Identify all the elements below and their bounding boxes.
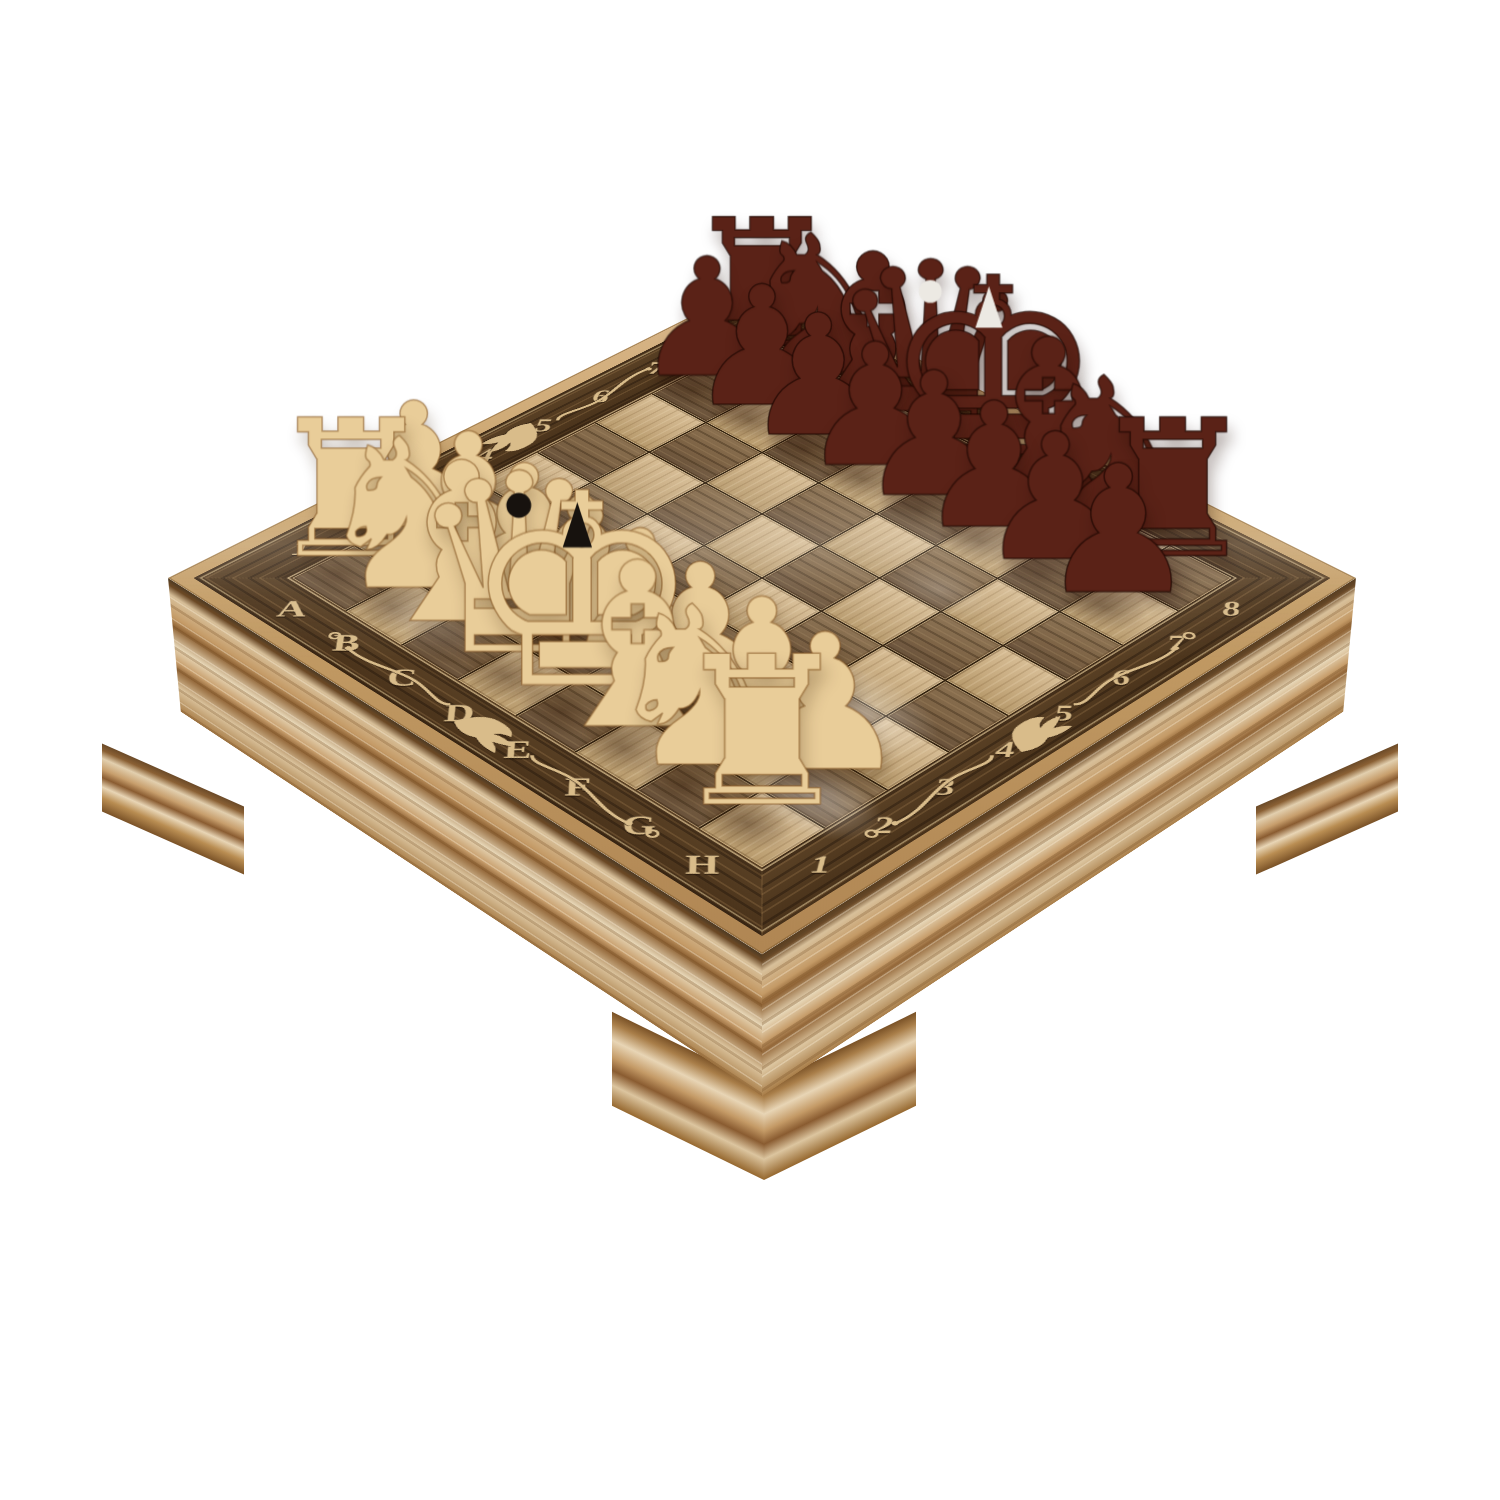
black-p-glyph: ♟: [1007, 448, 1230, 611]
product-photo: ABCDEFGH1122334455667788 ♜♞♝♛♚♝♞♜♟♟♟♟♟♟♟…: [0, 0, 1500, 1500]
corner-foot-right: [1256, 743, 1398, 874]
corner-foot-left: [102, 743, 244, 874]
chess-board: ABCDEFGH1122334455667788 ♜♞♝♛♚♝♞♜♟♟♟♟♟♟♟…: [168, 281, 1356, 955]
rank-label-8-left: 8: [704, 330, 722, 350]
black-king-spike-finial: [975, 286, 1002, 328]
black-queen-ball-finial: [919, 279, 942, 302]
white-r-glyph: ♜: [642, 638, 881, 828]
